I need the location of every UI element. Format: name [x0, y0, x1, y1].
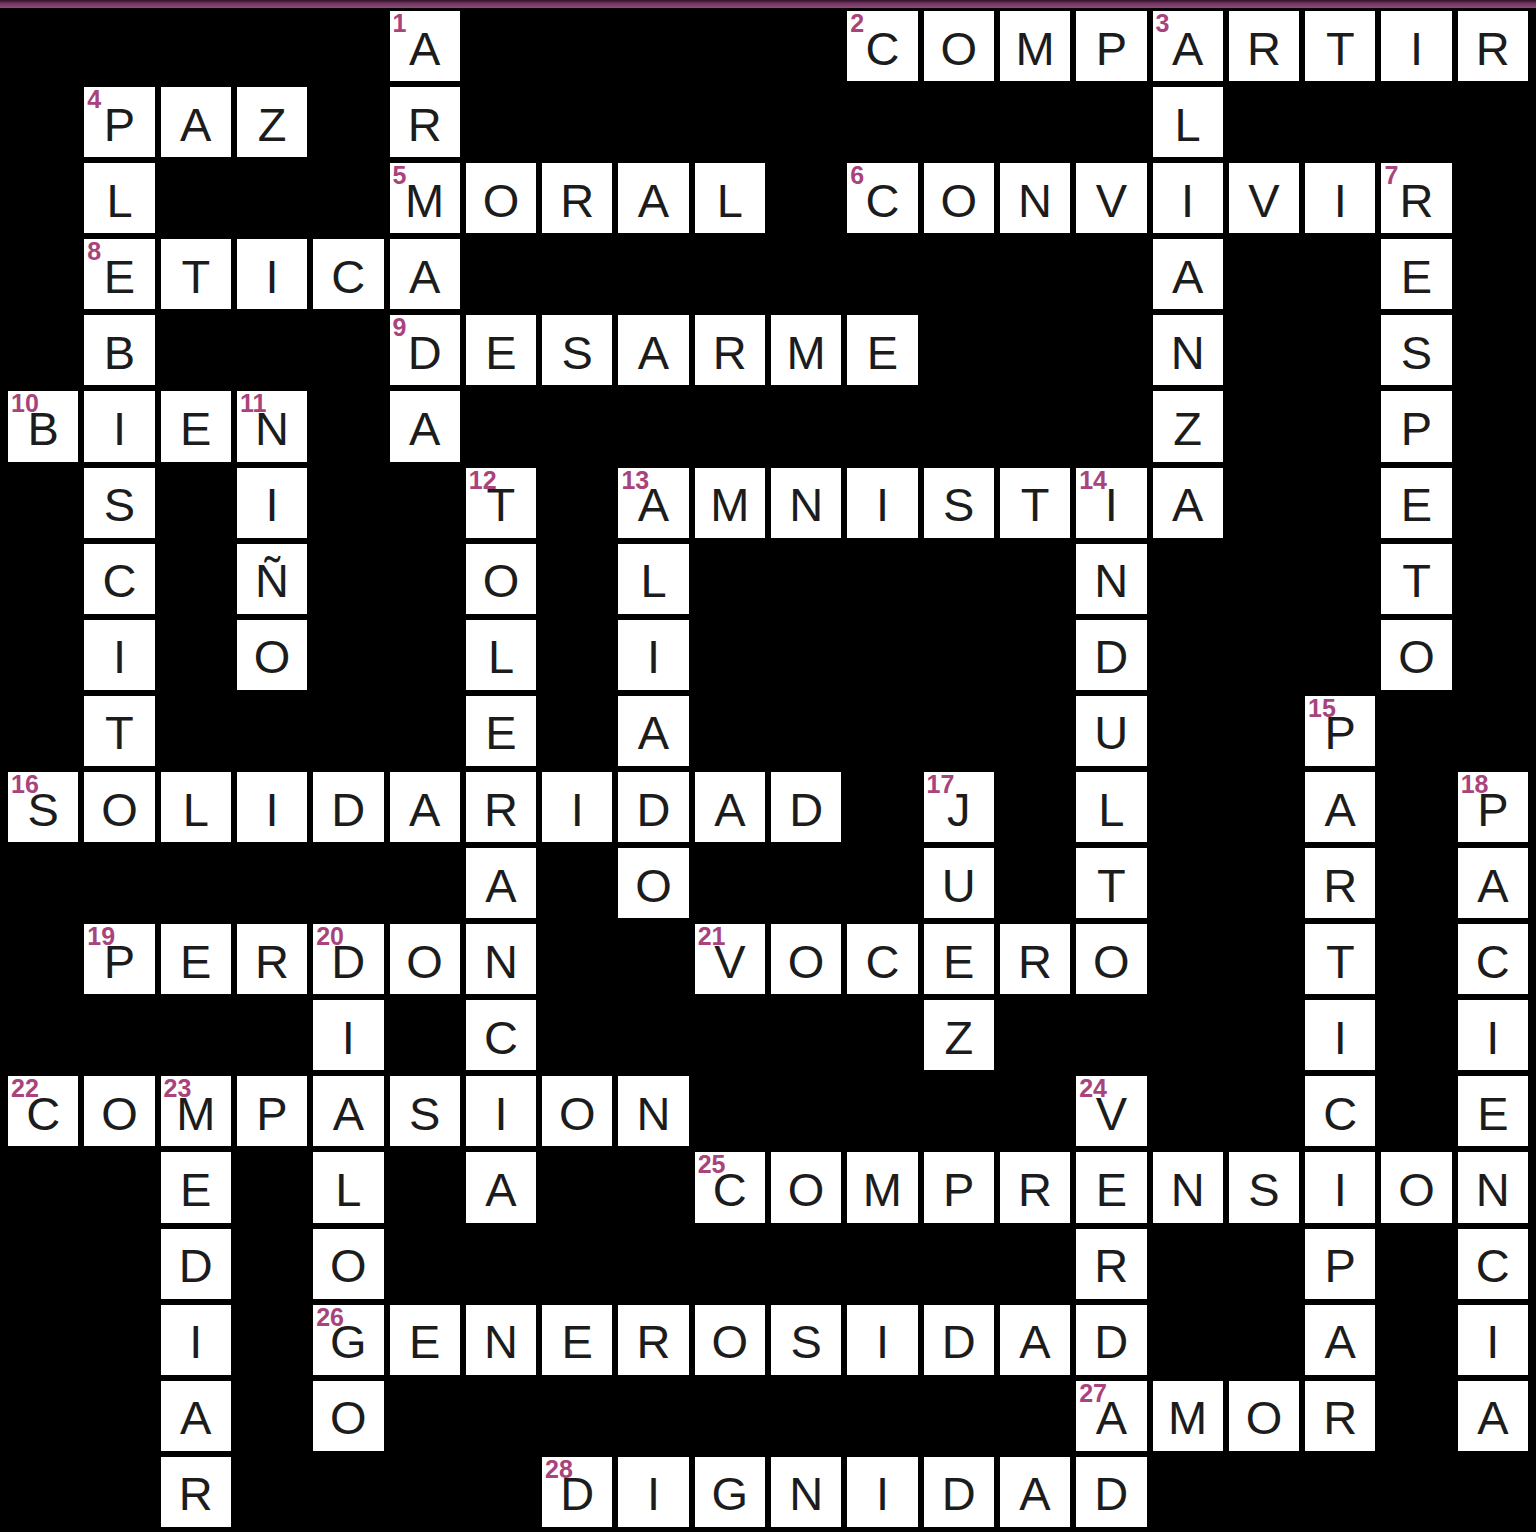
crossword-cell[interactable]: M — [1152, 1380, 1224, 1452]
crossword-cell[interactable]: I — [617, 619, 689, 691]
cell-letter: P — [1380, 390, 1452, 462]
black-cell — [236, 999, 308, 1071]
crossword-cell[interactable]: O — [389, 923, 461, 995]
crossword-cell[interactable]: I — [1304, 1151, 1376, 1223]
crossword-cell[interactable]: L — [312, 1151, 384, 1223]
black-cell — [846, 619, 918, 691]
crossword-cell[interactable]: R — [617, 1304, 689, 1376]
crossword-cell[interactable]: E — [1380, 238, 1452, 310]
cell-letter: A — [160, 86, 232, 158]
crossword-cell[interactable]: C — [83, 543, 155, 615]
crossword-cell[interactable]: 14I — [1075, 467, 1147, 539]
crossword-cell[interactable]: N — [770, 467, 842, 539]
cell-letter: I — [236, 771, 308, 843]
crossword-cell[interactable]: L — [694, 162, 766, 234]
cell-letter: L — [160, 771, 232, 843]
crossword-cell[interactable]: 7R — [1380, 162, 1452, 234]
black-cell — [160, 999, 232, 1071]
cell-letter: O — [617, 847, 689, 919]
cell-letter: E — [160, 390, 232, 462]
crossword-cell[interactable]: D — [617, 771, 689, 843]
black-cell — [617, 390, 689, 462]
crossword-cell[interactable]: 16S — [7, 771, 79, 843]
crossword-cell[interactable]: N — [999, 162, 1071, 234]
crossword-cell[interactable]: I — [1304, 999, 1376, 1071]
crossword-cell[interactable]: R — [1228, 10, 1300, 82]
black-cell — [1457, 695, 1529, 767]
crossword-cell[interactable]: A — [1152, 238, 1224, 310]
crossword-cell[interactable]: O — [770, 1151, 842, 1223]
cell-letter: D — [617, 771, 689, 843]
cell-letter: I — [617, 1456, 689, 1528]
black-cell — [694, 10, 766, 82]
crossword-cell[interactable]: Z — [236, 86, 308, 158]
crossword-cell[interactable]: M — [846, 1151, 918, 1223]
crossword-cell[interactable]: N — [617, 1075, 689, 1147]
crossword-cell[interactable]: U — [1075, 695, 1147, 767]
crossword-cell[interactable]: 5M — [389, 162, 461, 234]
crossword-cell[interactable]: E — [160, 923, 232, 995]
crossword-cell[interactable]: O — [465, 162, 537, 234]
crossword-cell[interactable]: O — [1075, 923, 1147, 995]
crossword-cell[interactable]: 18P — [1457, 771, 1529, 843]
crossword-cell[interactable]: 23M — [160, 1075, 232, 1147]
cell-letter: A — [1304, 1304, 1376, 1376]
crossword-cell[interactable]: 22C — [7, 1075, 79, 1147]
black-cell — [236, 1380, 308, 1452]
black-cell — [846, 771, 918, 843]
crossword-cell[interactable]: D — [312, 771, 384, 843]
crossword-cell[interactable]: 21V — [694, 923, 766, 995]
crossword-cell[interactable]: D — [1075, 1304, 1147, 1376]
crossword-cell[interactable]: A — [1457, 847, 1529, 919]
cell-letter: U — [1075, 695, 1147, 767]
crossword-cell[interactable]: 25C — [694, 1151, 766, 1223]
crossword-cell[interactable]: I — [83, 619, 155, 691]
black-cell — [236, 162, 308, 234]
cell-letter: I — [1304, 162, 1376, 234]
crossword-cell[interactable]: A — [999, 1456, 1071, 1528]
crossword-cell[interactable]: T — [1380, 543, 1452, 615]
black-cell — [7, 695, 79, 767]
crossword-cell[interactable]: A — [1457, 1380, 1529, 1452]
crossword-cell[interactable]: I — [83, 390, 155, 462]
crossword-cell[interactable]: S — [1228, 1151, 1300, 1223]
black-cell — [389, 695, 461, 767]
cell-letter: S — [1380, 314, 1452, 386]
cell-letter: E — [923, 923, 995, 995]
crossword-cell[interactable]: S — [770, 1304, 842, 1376]
black-cell — [846, 238, 918, 310]
cell-letter: A — [1152, 238, 1224, 310]
black-cell — [83, 847, 155, 919]
crossword-cell[interactable]: A — [312, 1075, 384, 1147]
crossword-cell[interactable]: 1A — [389, 10, 461, 82]
crossword-cell[interactable]: R — [236, 923, 308, 995]
black-cell — [694, 543, 766, 615]
crossword-cell[interactable]: A — [160, 1380, 232, 1452]
black-cell — [465, 1228, 537, 1300]
crossword-cell[interactable]: P — [236, 1075, 308, 1147]
black-cell — [7, 238, 79, 310]
black-cell — [312, 162, 384, 234]
crossword-cell[interactable]: V — [1075, 162, 1147, 234]
cell-letter: E — [1075, 1151, 1147, 1223]
black-cell — [1228, 467, 1300, 539]
crossword-cell[interactable]: O — [1228, 1380, 1300, 1452]
black-cell — [7, 162, 79, 234]
crossword-cell[interactable]: N — [1152, 1151, 1224, 1223]
crossword-cell[interactable]: R — [1075, 1228, 1147, 1300]
crossword-cell[interactable]: 20D — [312, 923, 384, 995]
crossword-cell[interactable]: C — [1457, 923, 1529, 995]
crossword-cell[interactable]: I — [236, 467, 308, 539]
cell-letter: O — [694, 1304, 766, 1376]
crossword-cell[interactable]: I — [236, 238, 308, 310]
cell-letter: A — [160, 1380, 232, 1452]
crossword-cell[interactable]: A — [160, 86, 232, 158]
crossword-cell[interactable]: Ñ — [236, 543, 308, 615]
black-cell — [923, 1075, 995, 1147]
black-cell — [1075, 390, 1147, 462]
crossword-cell[interactable]: T — [1304, 923, 1376, 995]
crossword-cell[interactable]: A — [1304, 1304, 1376, 1376]
crossword-cell[interactable]: O — [617, 847, 689, 919]
clue-number: 6 — [850, 163, 864, 188]
cell-letter: I — [617, 619, 689, 691]
cell-letter: I — [236, 238, 308, 310]
black-cell — [1228, 1456, 1300, 1528]
black-cell — [1228, 999, 1300, 1071]
crossword-cell[interactable]: O — [923, 162, 995, 234]
crossword-cell[interactable]: A — [617, 162, 689, 234]
crossword-cell[interactable]: C — [1457, 1228, 1529, 1300]
crossword-cell[interactable]: I — [236, 771, 308, 843]
crossword-cell[interactable]: P — [923, 1151, 995, 1223]
crossword-cell[interactable]: O — [923, 10, 995, 82]
black-cell — [1152, 771, 1224, 843]
black-cell — [1380, 923, 1452, 995]
crossword-cell[interactable]: E — [465, 314, 537, 386]
cell-letter: O — [465, 162, 537, 234]
crossword-cell[interactable]: I — [846, 467, 918, 539]
cell-letter: I — [312, 999, 384, 1071]
cell-letter: A — [617, 695, 689, 767]
cell-letter: E — [1457, 1075, 1529, 1147]
crossword-cell[interactable]: 26G — [312, 1304, 384, 1376]
crossword-cell[interactable]: T — [160, 238, 232, 310]
crossword-cell[interactable]: 2C — [846, 10, 918, 82]
crossword-cell[interactable]: Z — [923, 999, 995, 1071]
cell-letter: R — [617, 1304, 689, 1376]
black-cell — [541, 543, 613, 615]
crossword-cell[interactable]: I — [160, 1304, 232, 1376]
black-cell — [1228, 390, 1300, 462]
crossword-cell[interactable]: 19P — [83, 923, 155, 995]
crossword-cell[interactable]: U — [923, 847, 995, 919]
crossword-cell[interactable]: O — [312, 1380, 384, 1452]
black-cell — [846, 86, 918, 158]
black-cell — [694, 238, 766, 310]
clue-number: 8 — [87, 239, 101, 264]
black-cell — [160, 162, 232, 234]
crossword-cell[interactable]: R — [160, 1456, 232, 1528]
black-cell — [999, 543, 1071, 615]
crossword-cell[interactable]: E — [1380, 467, 1452, 539]
crossword-cell[interactable]: 6C — [846, 162, 918, 234]
crossword-cell[interactable]: S — [83, 467, 155, 539]
crossword-cell[interactable]: A — [465, 847, 537, 919]
black-cell — [999, 619, 1071, 691]
crossword-cell[interactable]: 3A — [1152, 10, 1224, 82]
cell-letter: D — [1075, 1304, 1147, 1376]
crossword-cell[interactable]: R — [999, 1151, 1071, 1223]
crossword-cell[interactable]: D — [160, 1228, 232, 1300]
crossword-cell[interactable]: L — [160, 771, 232, 843]
crossword-cell[interactable]: I — [541, 771, 613, 843]
crossword-cell[interactable]: A — [617, 695, 689, 767]
crossword-cell[interactable]: M — [999, 10, 1071, 82]
black-cell — [617, 1151, 689, 1223]
crossword-cell[interactable]: A — [617, 314, 689, 386]
black-cell — [160, 619, 232, 691]
crossword-cell[interactable]: O — [83, 1075, 155, 1147]
black-cell — [1075, 999, 1147, 1071]
cell-letter: I — [1152, 162, 1224, 234]
crossword-cell[interactable]: 11N — [236, 390, 308, 462]
black-cell — [1228, 314, 1300, 386]
crossword-cell[interactable]: M — [770, 314, 842, 386]
cell-letter: A — [1457, 1380, 1529, 1452]
crossword-cell[interactable]: R — [1304, 847, 1376, 919]
crossword-cell[interactable]: R — [389, 86, 461, 158]
crossword-cell[interactable]: 12T — [465, 467, 537, 539]
crossword-cell[interactable]: 13A — [617, 467, 689, 539]
crossword-cell[interactable]: P — [1304, 1228, 1376, 1300]
crossword-cell[interactable]: R — [694, 314, 766, 386]
crossword-cell[interactable]: N — [1152, 314, 1224, 386]
black-cell — [541, 923, 613, 995]
crossword-cell[interactable]: O — [541, 1075, 613, 1147]
black-cell — [923, 543, 995, 615]
crossword-cell[interactable]: O — [770, 923, 842, 995]
crossword-cell[interactable]: N — [1457, 1151, 1529, 1223]
black-cell — [1380, 999, 1452, 1071]
crossword-cell[interactable]: C — [846, 923, 918, 995]
crossword-cell[interactable]: 15P — [1304, 695, 1376, 767]
crossword-cell[interactable]: A — [694, 771, 766, 843]
crossword-cell[interactable]: O — [694, 1304, 766, 1376]
crossword-cell[interactable]: P — [1075, 10, 1147, 82]
black-cell — [1457, 543, 1529, 615]
clue-number: 2 — [850, 11, 864, 36]
cell-letter: O — [83, 771, 155, 843]
crossword-cell[interactable]: I — [1152, 162, 1224, 234]
clue-number: 13 — [621, 468, 649, 493]
crossword-cell[interactable]: N — [465, 1304, 537, 1376]
cell-letter: C — [1457, 1228, 1529, 1300]
crossword-cell[interactable]: A — [389, 771, 461, 843]
crossword-cell[interactable]: S — [541, 314, 613, 386]
crossword-cell[interactable]: A — [465, 1151, 537, 1223]
crossword-cell[interactable]: 4P — [83, 86, 155, 158]
black-cell — [465, 1380, 537, 1452]
black-cell — [236, 1151, 308, 1223]
cell-letter: C — [1457, 923, 1529, 995]
black-cell — [617, 238, 689, 310]
crossword-cell[interactable]: E — [923, 923, 995, 995]
crossword-cell[interactable]: A — [389, 390, 461, 462]
crossword-cell[interactable]: 27A — [1075, 1380, 1147, 1452]
black-cell — [846, 390, 918, 462]
black-cell — [923, 695, 995, 767]
black-cell — [160, 314, 232, 386]
crossword-cell[interactable]: 8E — [83, 238, 155, 310]
crossword-cell[interactable]: I — [1380, 10, 1452, 82]
cell-letter: S — [541, 314, 613, 386]
cell-letter: A — [999, 1304, 1071, 1376]
cell-letter: T — [1075, 847, 1147, 919]
clue-number: 5 — [393, 163, 407, 188]
crossword-cell[interactable]: E — [1457, 1075, 1529, 1147]
cell-letter: N — [999, 162, 1071, 234]
crossword-cell[interactable]: N — [770, 1456, 842, 1528]
crossword-cell[interactable]: C — [465, 999, 537, 1071]
crossword-cell[interactable]: V — [1228, 162, 1300, 234]
crossword-cell[interactable]: E — [541, 1304, 613, 1376]
black-cell — [770, 619, 842, 691]
black-cell — [312, 467, 384, 539]
cell-letter: R — [1075, 1228, 1147, 1300]
black-cell — [236, 695, 308, 767]
crossword-cell[interactable]: C — [312, 238, 384, 310]
black-cell — [389, 619, 461, 691]
cell-letter: E — [1380, 467, 1452, 539]
black-cell — [1457, 314, 1529, 386]
crossword-cell[interactable]: C — [1304, 1075, 1376, 1147]
crossword-cell[interactable]: E — [465, 695, 537, 767]
crossword-cell[interactable]: Z — [1152, 390, 1224, 462]
crossword-cell[interactable]: G — [694, 1456, 766, 1528]
crossword-cell[interactable]: D — [770, 771, 842, 843]
clue-number: 27 — [1079, 1381, 1107, 1406]
crossword-cell[interactable]: S — [923, 467, 995, 539]
crossword-cell[interactable]: L — [1152, 86, 1224, 158]
crossword-cell[interactable]: I — [465, 1075, 537, 1147]
crossword-cell[interactable]: I — [1457, 999, 1529, 1071]
crossword-cell[interactable]: O — [83, 771, 155, 843]
crossword-cell[interactable]: O — [1380, 1151, 1452, 1223]
black-cell — [1228, 695, 1300, 767]
crossword-cell[interactable]: 10B — [7, 390, 79, 462]
black-cell — [1380, 695, 1452, 767]
black-cell — [7, 10, 79, 82]
cell-letter: L — [694, 162, 766, 234]
crossword-cell[interactable]: R — [541, 162, 613, 234]
crossword-cell[interactable]: A — [389, 238, 461, 310]
crossword-cell[interactable]: R — [1457, 10, 1529, 82]
crossword-cell[interactable]: T — [1304, 10, 1376, 82]
crossword-cell[interactable]: T — [1075, 847, 1147, 919]
black-cell — [770, 86, 842, 158]
crossword-cell[interactable]: T — [999, 467, 1071, 539]
black-cell — [1228, 1304, 1300, 1376]
black-cell — [617, 999, 689, 1071]
crossword-cell[interactable]: M — [694, 467, 766, 539]
black-cell — [999, 314, 1071, 386]
crossword-cell[interactable]: O — [312, 1228, 384, 1300]
crossword-cell[interactable]: L — [83, 162, 155, 234]
crossword-cell[interactable]: E — [1075, 1151, 1147, 1223]
crossword-cell[interactable]: T — [83, 695, 155, 767]
crossword-cell[interactable]: R — [465, 771, 537, 843]
cell-letter: L — [617, 543, 689, 615]
black-cell — [999, 847, 1071, 919]
crossword-cell[interactable]: O — [1380, 619, 1452, 691]
crossword-cell[interactable]: O — [236, 619, 308, 691]
crossword-cell[interactable]: R — [999, 923, 1071, 995]
cell-letter: E — [541, 1304, 613, 1376]
crossword-cell[interactable]: I — [312, 999, 384, 1071]
black-cell — [389, 543, 461, 615]
crossword-cell[interactable]: A — [1152, 467, 1224, 539]
black-cell — [1304, 238, 1376, 310]
crossword-cell[interactable]: 9D — [389, 314, 461, 386]
crossword-cell[interactable]: E — [846, 314, 918, 386]
cell-letter: I — [83, 619, 155, 691]
crossword-cell[interactable]: D — [923, 1456, 995, 1528]
crossword-cell[interactable]: E — [160, 390, 232, 462]
crossword-cell[interactable]: D — [923, 1304, 995, 1376]
crossword-cell[interactable]: E — [160, 1151, 232, 1223]
crossword-cell[interactable]: E — [389, 1304, 461, 1376]
crossword-cell[interactable]: I — [1457, 1304, 1529, 1376]
black-cell — [541, 695, 613, 767]
crossword-cell[interactable]: 28D — [541, 1456, 613, 1528]
cell-letter: D — [923, 1304, 995, 1376]
crossword-cell[interactable]: L — [1075, 771, 1147, 843]
crossword-cell[interactable]: B — [83, 314, 155, 386]
crossword-cell[interactable]: I — [846, 1456, 918, 1528]
black-cell — [541, 1228, 613, 1300]
crossword-cell[interactable]: D — [1075, 619, 1147, 691]
crossword-cell[interactable]: I — [1304, 162, 1376, 234]
crossword-cell[interactable]: L — [617, 543, 689, 615]
crossword-cell[interactable]: I — [846, 1304, 918, 1376]
crossword-cell[interactable]: P — [1380, 390, 1452, 462]
crossword-cell[interactable]: A — [999, 1304, 1071, 1376]
black-cell — [1457, 162, 1529, 234]
crossword-cell[interactable]: N — [465, 923, 537, 995]
crossword-cell[interactable]: R — [1304, 1380, 1376, 1452]
crossword-cell[interactable]: L — [465, 619, 537, 691]
black-cell — [160, 10, 232, 82]
crossword-cell[interactable]: N — [1075, 543, 1147, 615]
crossword-cell[interactable]: 17J — [923, 771, 995, 843]
cell-letter: N — [465, 923, 537, 995]
crossword-cell[interactable]: I — [617, 1456, 689, 1528]
cell-letter: I — [846, 1304, 918, 1376]
crossword-cell[interactable]: A — [1304, 771, 1376, 843]
crossword-cell[interactable]: O — [465, 543, 537, 615]
crossword-cell[interactable]: S — [1380, 314, 1452, 386]
black-cell — [1152, 923, 1224, 995]
crossword-cell[interactable]: S — [389, 1075, 461, 1147]
crossword-cell[interactable]: 24V — [1075, 1075, 1147, 1147]
cell-letter: O — [1380, 619, 1452, 691]
crossword-cell[interactable]: D — [1075, 1456, 1147, 1528]
black-cell — [1228, 1228, 1300, 1300]
